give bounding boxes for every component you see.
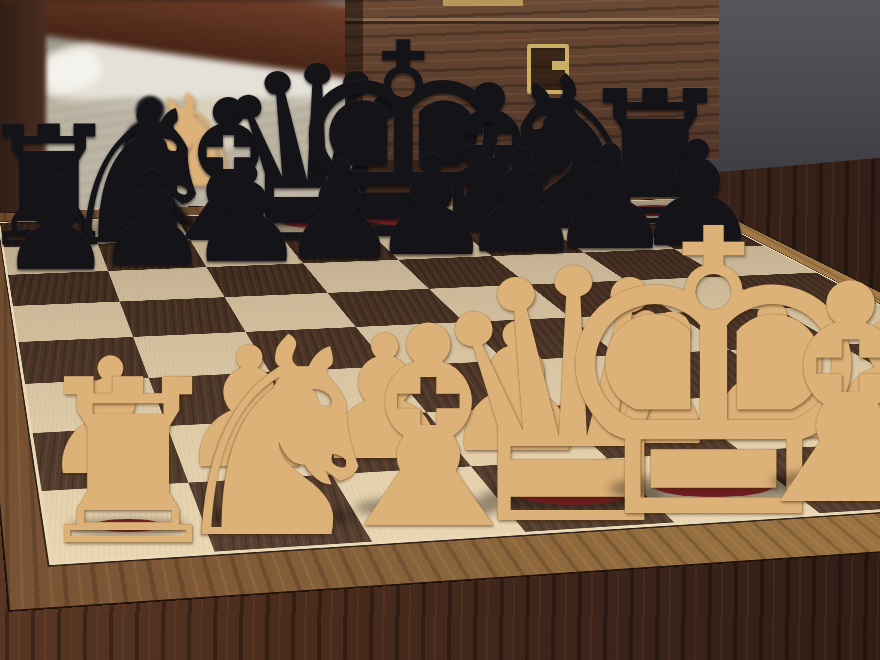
square-b6 (108, 267, 225, 302)
square-a7 (4, 244, 108, 275)
box-brass-hinge-glint (443, 0, 523, 6)
square-a3 (25, 378, 167, 433)
square-b8 (89, 217, 191, 244)
chess-photo-scene: ♜♞♝♛♚♝♞♜♟♟♟♟♟♟♟♟♟♟♟♟♟♟♟♟♜♞♝♛♚♝♞♜♝♞ (0, 0, 880, 660)
box-side-shadow (345, 0, 363, 160)
chess-board (0, 191, 880, 610)
square-a4 (19, 337, 149, 384)
square-a1 (42, 483, 215, 562)
square-b5 (120, 297, 246, 337)
board-grid (0, 199, 880, 565)
square-a5 (13, 302, 133, 342)
box-lid-seam (345, 18, 719, 21)
beige-cup-blob (175, 96, 253, 152)
square-a6 (8, 271, 120, 306)
square-a2 (33, 426, 189, 491)
square-b7 (98, 240, 207, 270)
square-a8 (0, 220, 98, 247)
chess-storage-box (345, 0, 719, 160)
box-brass-latch-icon (527, 44, 569, 94)
